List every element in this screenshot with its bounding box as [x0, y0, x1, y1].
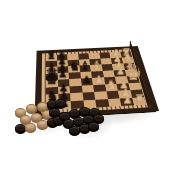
- board-square: [69, 79, 81, 87]
- board-square: ♟: [120, 98, 134, 106]
- board-square: [80, 71, 92, 78]
- board-square: ♟: [92, 77, 105, 84]
- board-square: ♚: [46, 80, 58, 88]
- board-square: ♚: [126, 76, 139, 83]
- board-square: ♝: [46, 67, 57, 74]
- board-square: [69, 72, 81, 79]
- board-square: ♜: [132, 97, 146, 105]
- dark-draughts-disc: [93, 114, 104, 122]
- product-photo-scene: ♜♟♟♜♟♟♞♝♟♞♝♝♟♝♛♟♟♛♚♟♟♚♟♞♟♞♟♟♜♟♟♜: [0, 0, 180, 180]
- board-square: ♛: [124, 69, 137, 76]
- white-pawn: ♟: [112, 48, 120, 57]
- dark-draughts-disc: [55, 99, 66, 107]
- board-square: [103, 77, 116, 84]
- black-rook: ♜: [47, 50, 56, 60]
- white-rook: ♜: [122, 47, 131, 57]
- dark-draughts-disc: [88, 122, 99, 130]
- light-draughts-disc: [20, 115, 31, 123]
- light-draughts-disc: [25, 123, 36, 131]
- board-square: [115, 76, 128, 83]
- black-pawn: ♟: [58, 51, 66, 60]
- light-draughts-disc: [26, 104, 37, 112]
